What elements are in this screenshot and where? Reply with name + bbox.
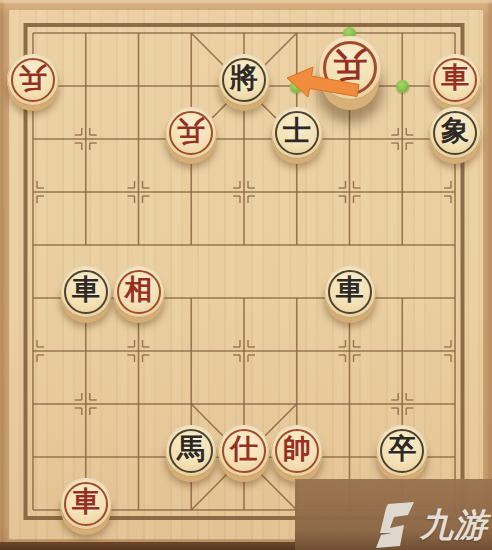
piece-glyph: 帥: [271, 423, 323, 475]
piece-red-pawn-a[interactable]: 兵: [7, 54, 59, 106]
jiuyou-logo-icon: [374, 502, 416, 548]
piece-red-pawn-b[interactable]: 兵: [165, 107, 217, 159]
piece-glyph: 馬: [165, 423, 217, 475]
piece-glyph: 車: [324, 264, 376, 316]
piece-black-general[interactable]: 將: [218, 54, 270, 106]
piece-glyph: 仕: [218, 423, 270, 475]
watermark-banner: 九游: [295, 479, 492, 550]
piece-glyph: 兵: [165, 105, 217, 157]
piece-black-advisor[interactable]: 士: [271, 107, 323, 159]
piece-black-rook-left[interactable]: 車: [60, 266, 112, 318]
xiangqi-board[interactable]: 兵將兵車兵士象車相車馬仕帥卒車 九游: [0, 0, 492, 550]
piece-black-elephant[interactable]: 象: [429, 107, 481, 159]
piece-glyph: 兵: [7, 52, 59, 104]
piece-red-rook-bottom[interactable]: 車: [60, 478, 112, 530]
piece-glyph: 兵: [318, 34, 382, 98]
piece-glyph: 車: [60, 264, 112, 316]
move-hint-dot[interactable]: [290, 80, 303, 93]
piece-red-pawn-selected[interactable]: 兵: [318, 36, 382, 100]
piece-red-elephant[interactable]: 相: [113, 266, 165, 318]
piece-glyph: 卒: [376, 423, 428, 475]
piece-black-pawn[interactable]: 卒: [376, 425, 428, 477]
piece-red-advisor[interactable]: 仕: [218, 425, 270, 477]
piece-glyph: 士: [271, 105, 323, 157]
piece-glyph: 車: [429, 52, 481, 104]
piece-red-general[interactable]: 帥: [271, 425, 323, 477]
piece-glyph: 車: [60, 476, 112, 528]
piece-glyph: 將: [218, 52, 270, 104]
piece-glyph: 象: [429, 105, 481, 157]
piece-black-horse[interactable]: 馬: [165, 425, 217, 477]
move-hint-dot[interactable]: [396, 80, 409, 93]
board-bottom-edge: [0, 542, 295, 550]
piece-red-rook-top[interactable]: 車: [429, 54, 481, 106]
piece-black-rook-mid[interactable]: 車: [324, 266, 376, 318]
watermark-brand-text: 九游: [420, 503, 488, 548]
piece-glyph: 相: [113, 264, 165, 316]
